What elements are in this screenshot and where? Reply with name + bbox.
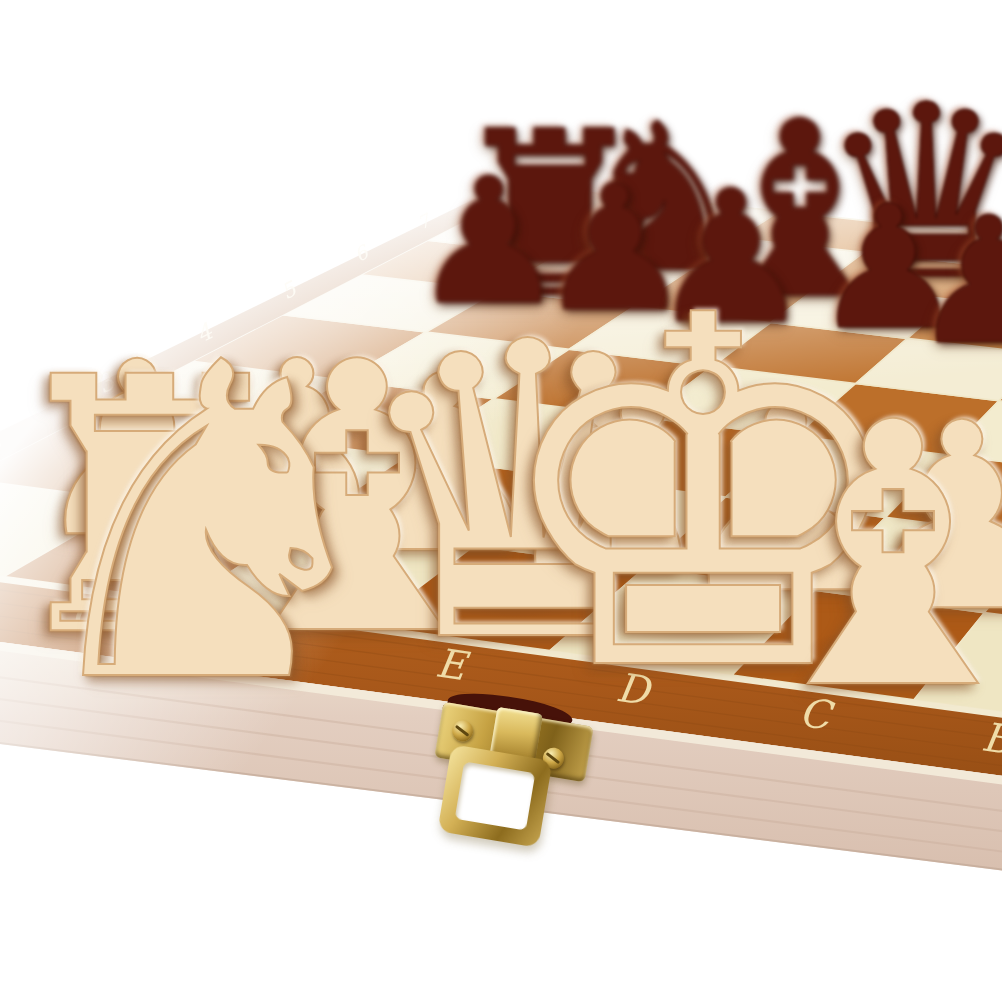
black-queen: ♛ (806, 73, 1002, 313)
piece-shadow (77, 495, 176, 521)
clasp-hasp-loop (437, 744, 552, 848)
piece-shadow (943, 314, 1002, 333)
clasp-screw-icon (451, 719, 475, 743)
white-pawn: ♟ (194, 333, 401, 540)
black-rook: ♜ (436, 101, 664, 329)
white-queen: ♛ (323, 290, 731, 698)
piece-shadow (899, 567, 1002, 595)
black-pawn: ♟ (804, 182, 975, 353)
black-bishop: ♝ (679, 89, 922, 332)
piece-shadow (270, 574, 424, 614)
white-pawn: ♟ (17, 330, 257, 570)
piece-shadow (683, 291, 759, 311)
white-bishop: ♝ (712, 376, 1002, 739)
piece-shadow (244, 475, 330, 497)
piece-shadow (723, 549, 830, 577)
white-bishop: ♝ (171, 315, 543, 687)
white-pawn: ♟ (657, 371, 915, 629)
black-pawn: ♟ (402, 155, 576, 329)
white-pawn: ♟ (833, 389, 1002, 647)
black-knight: ♞ (562, 97, 766, 301)
black-pawn: ♟ (528, 162, 702, 336)
piece-shadow (808, 629, 958, 668)
piece-shadow (612, 237, 696, 259)
piece-shadow (593, 592, 793, 644)
piece-shadow (740, 257, 840, 283)
black-pawn: ♟ (901, 194, 1002, 370)
white-pawn: ♟ (322, 343, 565, 586)
piece-shadow (866, 238, 965, 264)
piece-shadow (844, 299, 915, 317)
black-pawn: ♟ (640, 166, 823, 349)
piece-shadow (433, 574, 602, 618)
white-king: ♚ (462, 255, 945, 738)
pieces-layer: ♞♛♜♝♟♟♟♟♟♟♟♟♟♟♟♝♜♛♚♞♝ (0, 0, 1002, 1002)
piece-shadow (548, 531, 648, 557)
chess-set-product-photo: HGFEDCBA12345678 ♞♛♜♝♟♟♟♟♟♟♟♟♟♟♟♝♜♛♚♞♝ O… (0, 0, 1002, 1002)
piece-shadow (443, 274, 515, 293)
clasp-hasp-hole (455, 761, 536, 830)
white-rook: ♜ (0, 332, 326, 685)
white-knight: ♞ (0, 307, 425, 742)
white-pawn: ♟ (487, 363, 730, 606)
piece-shadow (107, 611, 287, 657)
piece-shadow (569, 281, 641, 300)
piece-shadow (383, 511, 483, 537)
piece-shadow (493, 258, 587, 282)
piece-shadow (67, 577, 213, 615)
